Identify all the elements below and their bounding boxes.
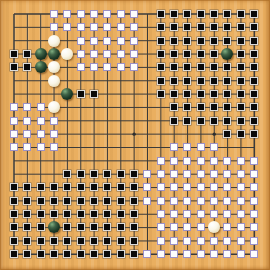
intersection-b6[interactable] — [21, 181, 34, 194]
intersection-e9[interactable] — [61, 141, 74, 154]
intersection-n16[interactable] — [181, 47, 194, 60]
intersection-g3[interactable] — [87, 221, 100, 234]
intersection-c2[interactable] — [34, 234, 47, 247]
intersection-a1[interactable] — [7, 248, 20, 261]
intersection-k3[interactable] — [141, 221, 154, 234]
intersection-j16[interactable] — [127, 47, 140, 60]
intersection-g10[interactable] — [87, 127, 100, 140]
intersection-f18[interactable] — [74, 21, 87, 34]
intersection-l2[interactable] — [154, 234, 167, 247]
intersection-i5[interactable] — [114, 194, 127, 207]
intersection-m13[interactable] — [167, 87, 180, 100]
intersection-l7[interactable] — [154, 167, 167, 180]
intersection-p7[interactable] — [207, 167, 220, 180]
intersection-n3[interactable] — [181, 221, 194, 234]
intersection-s5[interactable] — [248, 194, 261, 207]
intersection-b17[interactable] — [21, 34, 34, 47]
intersection-k14[interactable] — [141, 74, 154, 87]
intersection-g5[interactable] — [87, 194, 100, 207]
intersection-p12[interactable] — [207, 101, 220, 114]
intersection-r16[interactable] — [234, 47, 247, 60]
intersection-r11[interactable] — [234, 114, 247, 127]
intersection-n1[interactable] — [181, 248, 194, 261]
intersection-e11[interactable] — [61, 114, 74, 127]
intersection-q2[interactable] — [221, 234, 234, 247]
intersection-d15[interactable] — [47, 61, 60, 74]
intersection-b3[interactable] — [21, 221, 34, 234]
intersection-l16[interactable] — [154, 47, 167, 60]
intersection-i4[interactable] — [114, 207, 127, 220]
intersection-j19[interactable] — [127, 7, 140, 20]
intersection-e19[interactable] — [61, 7, 74, 20]
intersection-a4[interactable] — [7, 207, 20, 220]
intersection-m1[interactable] — [167, 248, 180, 261]
intersection-e16[interactable] — [61, 47, 74, 60]
intersection-k19[interactable] — [141, 7, 154, 20]
intersection-h19[interactable] — [101, 7, 114, 20]
intersection-e8[interactable] — [61, 154, 74, 167]
intersection-s17[interactable] — [248, 34, 261, 47]
intersection-k13[interactable] — [141, 87, 154, 100]
intersection-r10[interactable] — [234, 127, 247, 140]
intersection-g19[interactable] — [87, 7, 100, 20]
intersection-n6[interactable] — [181, 181, 194, 194]
intersection-d10[interactable] — [47, 127, 60, 140]
intersection-j9[interactable] — [127, 141, 140, 154]
intersection-k16[interactable] — [141, 47, 154, 60]
intersection-r2[interactable] — [234, 234, 247, 247]
intersection-j7[interactable] — [127, 167, 140, 180]
intersection-b9[interactable] — [21, 141, 34, 154]
intersection-r1[interactable] — [234, 248, 247, 261]
intersection-b1[interactable] — [21, 248, 34, 261]
intersection-o3[interactable] — [194, 221, 207, 234]
intersection-e1[interactable] — [61, 248, 74, 261]
intersection-j6[interactable] — [127, 181, 140, 194]
intersection-h2[interactable] — [101, 234, 114, 247]
intersection-c17[interactable] — [34, 34, 47, 47]
intersection-b13[interactable] — [21, 87, 34, 100]
intersection-b14[interactable] — [21, 74, 34, 87]
intersection-a15[interactable] — [7, 61, 20, 74]
intersection-q4[interactable] — [221, 207, 234, 220]
intersection-j5[interactable] — [127, 194, 140, 207]
intersection-f5[interactable] — [74, 194, 87, 207]
intersection-k11[interactable] — [141, 114, 154, 127]
intersection-a3[interactable] — [7, 221, 20, 234]
intersection-n14[interactable] — [181, 74, 194, 87]
intersection-c9[interactable] — [34, 141, 47, 154]
intersection-h18[interactable] — [101, 21, 114, 34]
intersection-s3[interactable] — [248, 221, 261, 234]
intersection-d5[interactable] — [47, 194, 60, 207]
intersection-e14[interactable] — [61, 74, 74, 87]
intersection-k8[interactable] — [141, 154, 154, 167]
intersection-e4[interactable] — [61, 207, 74, 220]
intersection-k18[interactable] — [141, 21, 154, 34]
intersection-e3[interactable] — [61, 221, 74, 234]
intersection-n15[interactable] — [181, 61, 194, 74]
intersection-e13[interactable] — [61, 87, 74, 100]
intersection-f6[interactable] — [74, 181, 87, 194]
intersection-q14[interactable] — [221, 74, 234, 87]
intersection-c1[interactable] — [34, 248, 47, 261]
intersection-j12[interactable] — [127, 101, 140, 114]
intersection-d16[interactable] — [47, 47, 60, 60]
intersection-g16[interactable] — [87, 47, 100, 60]
intersection-g8[interactable] — [87, 154, 100, 167]
intersection-j4[interactable] — [127, 207, 140, 220]
intersection-g12[interactable] — [87, 101, 100, 114]
intersection-a6[interactable] — [7, 181, 20, 194]
intersection-f4[interactable] — [74, 207, 87, 220]
intersection-l3[interactable] — [154, 221, 167, 234]
intersection-m8[interactable] — [167, 154, 180, 167]
intersection-q17[interactable] — [221, 34, 234, 47]
intersection-l5[interactable] — [154, 194, 167, 207]
intersection-m3[interactable] — [167, 221, 180, 234]
intersection-m9[interactable] — [167, 141, 180, 154]
intersection-n9[interactable] — [181, 141, 194, 154]
intersection-g18[interactable] — [87, 21, 100, 34]
intersection-o16[interactable] — [194, 47, 207, 60]
intersection-n5[interactable] — [181, 194, 194, 207]
intersection-b7[interactable] — [21, 167, 34, 180]
intersection-j2[interactable] — [127, 234, 140, 247]
intersection-j13[interactable] — [127, 87, 140, 100]
intersection-b12[interactable] — [21, 101, 34, 114]
intersection-b18[interactable] — [21, 21, 34, 34]
intersection-i13[interactable] — [114, 87, 127, 100]
intersection-p15[interactable] — [207, 61, 220, 74]
intersection-e6[interactable] — [61, 181, 74, 194]
intersection-f19[interactable] — [74, 7, 87, 20]
intersection-j11[interactable] — [127, 114, 140, 127]
intersection-g1[interactable] — [87, 248, 100, 261]
intersection-p6[interactable] — [207, 181, 220, 194]
intersection-o7[interactable] — [194, 167, 207, 180]
intersection-c15[interactable] — [34, 61, 47, 74]
intersection-s16[interactable] — [248, 47, 261, 60]
intersection-r3[interactable] — [234, 221, 247, 234]
intersection-o15[interactable] — [194, 61, 207, 74]
intersection-h1[interactable] — [101, 248, 114, 261]
intersection-f8[interactable] — [74, 154, 87, 167]
intersection-p3[interactable] — [207, 221, 220, 234]
intersection-d7[interactable] — [47, 167, 60, 180]
intersection-h16[interactable] — [101, 47, 114, 60]
intersection-m7[interactable] — [167, 167, 180, 180]
intersection-r12[interactable] — [234, 101, 247, 114]
intersection-i9[interactable] — [114, 141, 127, 154]
intersection-e17[interactable] — [61, 34, 74, 47]
intersection-e15[interactable] — [61, 61, 74, 74]
intersection-l17[interactable] — [154, 34, 167, 47]
intersection-c8[interactable] — [34, 154, 47, 167]
intersection-c12[interactable] — [34, 101, 47, 114]
intersection-g2[interactable] — [87, 234, 100, 247]
intersection-c18[interactable] — [34, 21, 47, 34]
intersection-g6[interactable] — [87, 181, 100, 194]
intersection-l13[interactable] — [154, 87, 167, 100]
intersection-s2[interactable] — [248, 234, 261, 247]
intersection-m11[interactable] — [167, 114, 180, 127]
intersection-l18[interactable] — [154, 21, 167, 34]
intersection-r8[interactable] — [234, 154, 247, 167]
intersection-c6[interactable] — [34, 181, 47, 194]
intersection-k4[interactable] — [141, 207, 154, 220]
intersection-f2[interactable] — [74, 234, 87, 247]
intersection-b2[interactable] — [21, 234, 34, 247]
intersection-j3[interactable] — [127, 221, 140, 234]
intersection-s1[interactable] — [248, 248, 261, 261]
intersection-n7[interactable] — [181, 167, 194, 180]
intersection-n4[interactable] — [181, 207, 194, 220]
intersection-o13[interactable] — [194, 87, 207, 100]
intersection-d12[interactable] — [47, 101, 60, 114]
intersection-s19[interactable] — [248, 7, 261, 20]
intersection-r5[interactable] — [234, 194, 247, 207]
intersection-n10[interactable] — [181, 127, 194, 140]
intersection-p2[interactable] — [207, 234, 220, 247]
intersection-a19[interactable] — [7, 7, 20, 20]
intersection-d9[interactable] — [47, 141, 60, 154]
intersection-o18[interactable] — [194, 21, 207, 34]
intersection-f12[interactable] — [74, 101, 87, 114]
intersection-k12[interactable] — [141, 101, 154, 114]
intersection-q8[interactable] — [221, 154, 234, 167]
intersection-h10[interactable] — [101, 127, 114, 140]
intersection-l12[interactable] — [154, 101, 167, 114]
intersection-m2[interactable] — [167, 234, 180, 247]
intersection-r9[interactable] — [234, 141, 247, 154]
intersection-m14[interactable] — [167, 74, 180, 87]
intersection-h3[interactable] — [101, 221, 114, 234]
intersection-d13[interactable] — [47, 87, 60, 100]
intersection-i8[interactable] — [114, 154, 127, 167]
intersection-d2[interactable] — [47, 234, 60, 247]
intersection-e10[interactable] — [61, 127, 74, 140]
intersection-p5[interactable] — [207, 194, 220, 207]
intersection-n12[interactable] — [181, 101, 194, 114]
intersection-q13[interactable] — [221, 87, 234, 100]
intersection-j15[interactable] — [127, 61, 140, 74]
intersection-r4[interactable] — [234, 207, 247, 220]
intersection-r14[interactable] — [234, 74, 247, 87]
board-intersections[interactable] — [7, 7, 261, 261]
intersection-h7[interactable] — [101, 167, 114, 180]
intersection-h15[interactable] — [101, 61, 114, 74]
intersection-q5[interactable] — [221, 194, 234, 207]
intersection-i18[interactable] — [114, 21, 127, 34]
intersection-i2[interactable] — [114, 234, 127, 247]
intersection-p1[interactable] — [207, 248, 220, 261]
intersection-p10[interactable] — [207, 127, 220, 140]
intersection-i17[interactable] — [114, 34, 127, 47]
intersection-h12[interactable] — [101, 101, 114, 114]
intersection-d1[interactable] — [47, 248, 60, 261]
intersection-d18[interactable] — [47, 21, 60, 34]
intersection-l10[interactable] — [154, 127, 167, 140]
intersection-f7[interactable] — [74, 167, 87, 180]
intersection-i6[interactable] — [114, 181, 127, 194]
intersection-b16[interactable] — [21, 47, 34, 60]
intersection-r6[interactable] — [234, 181, 247, 194]
intersection-d6[interactable] — [47, 181, 60, 194]
intersection-m10[interactable] — [167, 127, 180, 140]
intersection-s15[interactable] — [248, 61, 261, 74]
intersection-p17[interactable] — [207, 34, 220, 47]
intersection-a9[interactable] — [7, 141, 20, 154]
intersection-o17[interactable] — [194, 34, 207, 47]
intersection-a12[interactable] — [7, 101, 20, 114]
intersection-j18[interactable] — [127, 21, 140, 34]
intersection-o6[interactable] — [194, 181, 207, 194]
intersection-n8[interactable] — [181, 154, 194, 167]
intersection-k6[interactable] — [141, 181, 154, 194]
intersection-r7[interactable] — [234, 167, 247, 180]
intersection-m16[interactable] — [167, 47, 180, 60]
intersection-q6[interactable] — [221, 181, 234, 194]
intersection-f17[interactable] — [74, 34, 87, 47]
intersection-d17[interactable] — [47, 34, 60, 47]
intersection-o4[interactable] — [194, 207, 207, 220]
intersection-o10[interactable] — [194, 127, 207, 140]
intersection-s7[interactable] — [248, 167, 261, 180]
intersection-q10[interactable] — [221, 127, 234, 140]
intersection-g9[interactable] — [87, 141, 100, 154]
intersection-c10[interactable] — [34, 127, 47, 140]
intersection-l6[interactable] — [154, 181, 167, 194]
intersection-f3[interactable] — [74, 221, 87, 234]
intersection-c5[interactable] — [34, 194, 47, 207]
intersection-d14[interactable] — [47, 74, 60, 87]
intersection-p9[interactable] — [207, 141, 220, 154]
intersection-l9[interactable] — [154, 141, 167, 154]
intersection-r19[interactable] — [234, 7, 247, 20]
intersection-s4[interactable] — [248, 207, 261, 220]
intersection-a14[interactable] — [7, 74, 20, 87]
intersection-f13[interactable] — [74, 87, 87, 100]
intersection-f14[interactable] — [74, 74, 87, 87]
intersection-c14[interactable] — [34, 74, 47, 87]
intersection-o12[interactable] — [194, 101, 207, 114]
intersection-m17[interactable] — [167, 34, 180, 47]
intersection-i3[interactable] — [114, 221, 127, 234]
intersection-p11[interactable] — [207, 114, 220, 127]
intersection-r18[interactable] — [234, 21, 247, 34]
intersection-a16[interactable] — [7, 47, 20, 60]
intersection-f16[interactable] — [74, 47, 87, 60]
intersection-o2[interactable] — [194, 234, 207, 247]
intersection-r17[interactable] — [234, 34, 247, 47]
intersection-c13[interactable] — [34, 87, 47, 100]
intersection-c16[interactable] — [34, 47, 47, 60]
intersection-b5[interactable] — [21, 194, 34, 207]
intersection-g13[interactable] — [87, 87, 100, 100]
intersection-h13[interactable] — [101, 87, 114, 100]
intersection-q15[interactable] — [221, 61, 234, 74]
intersection-a11[interactable] — [7, 114, 20, 127]
intersection-i12[interactable] — [114, 101, 127, 114]
intersection-g11[interactable] — [87, 114, 100, 127]
intersection-o1[interactable] — [194, 248, 207, 261]
intersection-p16[interactable] — [207, 47, 220, 60]
intersection-g17[interactable] — [87, 34, 100, 47]
intersection-f10[interactable] — [74, 127, 87, 140]
intersection-a18[interactable] — [7, 21, 20, 34]
intersection-g7[interactable] — [87, 167, 100, 180]
intersection-r13[interactable] — [234, 87, 247, 100]
intersection-q18[interactable] — [221, 21, 234, 34]
intersection-f11[interactable] — [74, 114, 87, 127]
intersection-l19[interactable] — [154, 7, 167, 20]
intersection-m4[interactable] — [167, 207, 180, 220]
intersection-c11[interactable] — [34, 114, 47, 127]
intersection-e12[interactable] — [61, 101, 74, 114]
intersection-m19[interactable] — [167, 7, 180, 20]
intersection-l11[interactable] — [154, 114, 167, 127]
intersection-j1[interactable] — [127, 248, 140, 261]
intersection-c19[interactable] — [34, 7, 47, 20]
intersection-k9[interactable] — [141, 141, 154, 154]
intersection-a5[interactable] — [7, 194, 20, 207]
intersection-c4[interactable] — [34, 207, 47, 220]
intersection-i14[interactable] — [114, 74, 127, 87]
intersection-n11[interactable] — [181, 114, 194, 127]
intersection-d11[interactable] — [47, 114, 60, 127]
intersection-i11[interactable] — [114, 114, 127, 127]
intersection-p13[interactable] — [207, 87, 220, 100]
intersection-m5[interactable] — [167, 194, 180, 207]
intersection-d4[interactable] — [47, 207, 60, 220]
intersection-m6[interactable] — [167, 181, 180, 194]
intersection-k5[interactable] — [141, 194, 154, 207]
intersection-b15[interactable] — [21, 61, 34, 74]
intersection-f15[interactable] — [74, 61, 87, 74]
intersection-s8[interactable] — [248, 154, 261, 167]
intersection-b11[interactable] — [21, 114, 34, 127]
intersection-k1[interactable] — [141, 248, 154, 261]
intersection-n2[interactable] — [181, 234, 194, 247]
intersection-i16[interactable] — [114, 47, 127, 60]
intersection-o5[interactable] — [194, 194, 207, 207]
intersection-a17[interactable] — [7, 34, 20, 47]
intersection-i19[interactable] — [114, 7, 127, 20]
intersection-l1[interactable] — [154, 248, 167, 261]
intersection-n17[interactable] — [181, 34, 194, 47]
intersection-k15[interactable] — [141, 61, 154, 74]
intersection-r15[interactable] — [234, 61, 247, 74]
intersection-s10[interactable] — [248, 127, 261, 140]
intersection-g15[interactable] — [87, 61, 100, 74]
intersection-i10[interactable] — [114, 127, 127, 140]
intersection-q19[interactable] — [221, 7, 234, 20]
intersection-q7[interactable] — [221, 167, 234, 180]
intersection-s9[interactable] — [248, 141, 261, 154]
intersection-i1[interactable] — [114, 248, 127, 261]
intersection-i7[interactable] — [114, 167, 127, 180]
intersection-h8[interactable] — [101, 154, 114, 167]
intersection-j14[interactable] — [127, 74, 140, 87]
intersection-k7[interactable] — [141, 167, 154, 180]
intersection-h6[interactable] — [101, 181, 114, 194]
intersection-s13[interactable] — [248, 87, 261, 100]
intersection-a7[interactable] — [7, 167, 20, 180]
intersection-m18[interactable] — [167, 21, 180, 34]
intersection-l15[interactable] — [154, 61, 167, 74]
intersection-p8[interactable] — [207, 154, 220, 167]
